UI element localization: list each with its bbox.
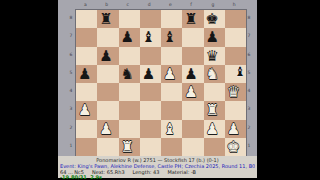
square-d3[interactable] xyxy=(140,101,161,119)
chess-board[interactable]: ♜♜♚♟♝♝♟♟♛♟♞♟♟♟♞♟♛♟♜♟♝♟♟♜♚ xyxy=(75,9,247,157)
file-label-top-c: c xyxy=(127,3,129,8)
square-b4[interactable] xyxy=(97,83,118,101)
white-pawn-b2[interactable]: ♟ xyxy=(95,120,116,138)
square-d1[interactable] xyxy=(140,138,161,156)
square-h6[interactable] xyxy=(225,47,246,65)
square-b1[interactable] xyxy=(97,138,118,156)
black-pawn-f5[interactable]: ♟ xyxy=(180,65,201,83)
square-c4[interactable] xyxy=(119,83,140,101)
white-rook-g3[interactable]: ♜ xyxy=(202,101,223,119)
square-g7[interactable]: ♟ xyxy=(204,28,225,46)
file-label-top-e: e xyxy=(169,3,172,8)
square-f7[interactable] xyxy=(182,28,203,46)
square-c2[interactable] xyxy=(119,120,140,138)
rank-label-left-3: 3 xyxy=(70,107,73,112)
white-pawn-h2[interactable]: ♟ xyxy=(223,120,244,138)
square-h1[interactable]: ♚ xyxy=(225,138,246,156)
square-h8[interactable] xyxy=(225,10,246,28)
square-d4[interactable] xyxy=(140,83,161,101)
file-label-top-g: g xyxy=(212,3,215,8)
square-b3[interactable] xyxy=(97,101,118,119)
square-d6[interactable] xyxy=(140,47,161,65)
square-g8[interactable]: ♚ xyxy=(204,10,225,28)
square-g1[interactable] xyxy=(204,138,225,156)
rank-label-right-8: 8 xyxy=(248,16,251,21)
square-e3[interactable] xyxy=(161,101,182,119)
square-f6[interactable] xyxy=(182,47,203,65)
square-g5[interactable]: ♞ xyxy=(204,65,225,83)
square-d2[interactable] xyxy=(140,120,161,138)
rank-label-right-1: 1 xyxy=(248,144,251,149)
board-panel: ♜♜♚♟♝♝♟♟♛♟♞♟♟♟♞♟♛♟♜♟♝♟♟♜♚ aabbccddeeffgg… xyxy=(58,0,257,178)
rank-label-right-5: 5 xyxy=(248,71,251,76)
square-c1[interactable]: ♜ xyxy=(119,138,140,156)
square-e6[interactable] xyxy=(161,47,182,65)
white-pawn-g2[interactable]: ♟ xyxy=(202,120,223,138)
square-d8[interactable] xyxy=(140,10,161,28)
square-f2[interactable] xyxy=(182,120,203,138)
rank-label-left-4: 4 xyxy=(70,89,73,94)
square-e5[interactable]: ♟ xyxy=(161,65,182,83)
white-knight-g5[interactable]: ♞ xyxy=(202,65,223,83)
square-b5[interactable] xyxy=(97,65,118,83)
square-c7[interactable]: ♟ xyxy=(119,28,140,46)
square-g6[interactable]: ♛ xyxy=(204,47,225,65)
square-c5[interactable]: ♞ xyxy=(119,65,140,83)
rank-label-right-3: 3 xyxy=(248,107,251,112)
video-frame: ♜♜♚♟♝♝♟♟♛♟♞♟♟♟♞♟♛♟♜♟♝♟♟♜♚ aabbccddeeffgg… xyxy=(0,0,320,180)
square-b7[interactable] xyxy=(97,28,118,46)
rank-label-left-2: 2 xyxy=(70,126,73,131)
square-a4[interactable] xyxy=(76,83,97,101)
black-bishop-e7[interactable]: ♝ xyxy=(159,28,180,46)
rank-label-left-6: 6 xyxy=(70,53,73,58)
square-b8[interactable]: ♜ xyxy=(97,10,118,28)
square-g2[interactable]: ♟ xyxy=(204,120,225,138)
rank-label-left-5: 5 xyxy=(70,71,73,76)
square-e2[interactable]: ♝ xyxy=(161,120,182,138)
rank-label-left-8: 8 xyxy=(70,16,73,21)
rank-label-right-7: 7 xyxy=(248,34,251,39)
square-f4[interactable]: ♟ xyxy=(182,83,203,101)
square-h4[interactable]: ♛ xyxy=(225,83,246,101)
white-rook-c1[interactable]: ♜ xyxy=(117,138,138,156)
square-e4[interactable] xyxy=(161,83,182,101)
white-pawn-a3[interactable]: ♟ xyxy=(74,101,95,119)
square-c6[interactable] xyxy=(119,47,140,65)
black-rook-b8[interactable]: ♜ xyxy=(95,10,116,28)
square-f8[interactable]: ♜ xyxy=(182,10,203,28)
square-e1[interactable] xyxy=(161,138,182,156)
black-rook-f8[interactable]: ♜ xyxy=(180,10,201,28)
rank-label-left-7: 7 xyxy=(70,34,73,39)
square-d5[interactable]: ♟ xyxy=(140,65,161,83)
square-h7[interactable] xyxy=(225,28,246,46)
white-pawn-e5[interactable]: ♟ xyxy=(159,65,180,83)
square-h2[interactable]: ♟ xyxy=(225,120,246,138)
square-a6[interactable] xyxy=(76,47,97,65)
black-queen-g6[interactable]: ♛ xyxy=(202,47,223,65)
engine-eval: -19.80/31 2.9s xyxy=(60,174,255,180)
black-king-g8[interactable]: ♚ xyxy=(202,10,223,28)
file-label-top-h: h xyxy=(233,3,236,8)
square-a7[interactable] xyxy=(76,28,97,46)
white-bishop-e2[interactable]: ♝ xyxy=(159,120,180,138)
square-c3[interactable] xyxy=(119,101,140,119)
square-b2[interactable]: ♟ xyxy=(97,120,118,138)
rank-label-right-4: 4 xyxy=(248,89,251,94)
square-f3[interactable] xyxy=(182,101,203,119)
white-queen-h4[interactable]: ♛ xyxy=(223,83,244,101)
square-a8[interactable] xyxy=(76,10,97,28)
black-bishop-d7[interactable]: ♝ xyxy=(138,28,159,46)
square-a3[interactable]: ♟ xyxy=(76,101,97,119)
black-pawn-a5[interactable]: ♟ xyxy=(74,65,95,83)
black-knight-c5[interactable]: ♞ xyxy=(117,65,138,83)
square-c8[interactable] xyxy=(119,10,140,28)
black-pawn-b6[interactable]: ♟ xyxy=(95,47,116,65)
file-label-top-b: b xyxy=(105,3,108,8)
file-label-top-f: f xyxy=(190,3,192,8)
rank-label-left-1: 1 xyxy=(70,144,73,149)
rank-label-right-2: 2 xyxy=(248,126,251,131)
square-f5[interactable]: ♟ xyxy=(182,65,203,83)
square-a5[interactable]: ♟ xyxy=(76,65,97,83)
black-pawn-d5[interactable]: ♟ xyxy=(138,65,159,83)
square-e8[interactable] xyxy=(161,10,182,28)
game-info-footer: Ponomariov R (w.) 2751 — Stockfish 17 (b… xyxy=(58,156,257,178)
square-d7[interactable]: ♝ xyxy=(140,28,161,46)
square-h3[interactable] xyxy=(225,101,246,119)
rank-label-right-6: 6 xyxy=(248,53,251,58)
square-a2[interactable] xyxy=(76,120,97,138)
white-pawn-f4[interactable]: ♟ xyxy=(180,83,201,101)
square-b6[interactable]: ♟ xyxy=(97,47,118,65)
square-g4[interactable] xyxy=(204,83,225,101)
square-g3[interactable]: ♜ xyxy=(204,101,225,119)
black-pawn-g7[interactable]: ♟ xyxy=(202,28,223,46)
white-king-h1[interactable]: ♚ xyxy=(223,138,244,156)
file-label-top-d: d xyxy=(148,3,151,8)
material-indicator-bishop-icon: ♝ xyxy=(234,64,246,79)
black-pawn-c7[interactable]: ♟ xyxy=(117,28,138,46)
square-f1[interactable] xyxy=(182,138,203,156)
square-e7[interactable]: ♝ xyxy=(161,28,182,46)
file-label-top-a: a xyxy=(84,3,87,8)
square-a1[interactable] xyxy=(76,138,97,156)
